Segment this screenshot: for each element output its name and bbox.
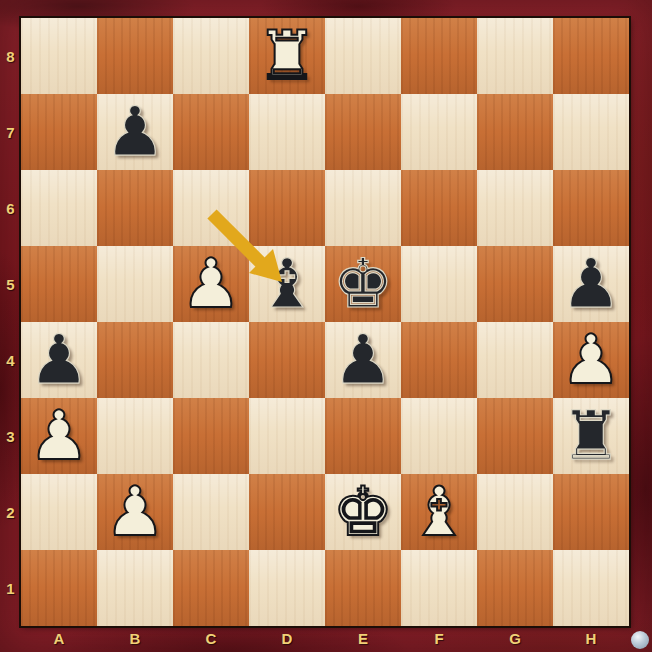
square-h8[interactable] [553,18,629,94]
file-label-e: E [325,626,401,652]
file-label-f: F [401,626,477,652]
square-d6[interactable] [249,170,325,246]
square-g4[interactable] [477,322,553,398]
rank-label-7: 7 [0,94,21,170]
piece-white-rook-d8[interactable]: ♜ [249,18,325,94]
rank-label-3: 3 [0,398,21,474]
square-d3[interactable] [249,398,325,474]
piece-black-pawn-e4[interactable]: ♟ [325,322,401,398]
square-b1[interactable] [97,550,173,626]
square-g5[interactable] [477,246,553,322]
square-a6[interactable] [21,170,97,246]
piece-black-pawn-b7[interactable]: ♟ [97,94,173,170]
square-c3[interactable] [173,398,249,474]
square-e8[interactable] [325,18,401,94]
board-frame: ♜♟♟♝♚♟♟♟♟♟♜♟♚♝ ABCDEFGH 87654321 [0,0,652,652]
square-c7[interactable] [173,94,249,170]
square-e6[interactable] [325,170,401,246]
square-d4[interactable] [249,322,325,398]
piece-black-bishop-d5[interactable]: ♝ [249,246,325,322]
square-e7[interactable] [325,94,401,170]
square-b3[interactable] [97,398,173,474]
square-a1[interactable] [21,550,97,626]
square-a2[interactable] [21,474,97,550]
square-b8[interactable] [97,18,173,94]
file-label-b: B [97,626,173,652]
square-f1[interactable] [401,550,477,626]
file-label-h: H [553,626,629,652]
square-f6[interactable] [401,170,477,246]
square-d1[interactable] [249,550,325,626]
square-b4[interactable] [97,322,173,398]
square-c8[interactable] [173,18,249,94]
square-a7[interactable] [21,94,97,170]
square-g8[interactable] [477,18,553,94]
square-a5[interactable] [21,246,97,322]
square-g3[interactable] [477,398,553,474]
file-label-c: C [173,626,249,652]
square-c4[interactable] [173,322,249,398]
square-f8[interactable] [401,18,477,94]
piece-black-pawn-h5[interactable]: ♟ [553,246,629,322]
square-f5[interactable] [401,246,477,322]
rank-label-5: 5 [0,246,21,322]
square-d7[interactable] [249,94,325,170]
file-label-g: G [477,626,553,652]
square-c2[interactable] [173,474,249,550]
square-h7[interactable] [553,94,629,170]
file-label-a: A [21,626,97,652]
piece-white-king-e2[interactable]: ♚ [325,474,401,550]
square-e3[interactable] [325,398,401,474]
square-e1[interactable] [325,550,401,626]
file-label-d: D [249,626,325,652]
rank-label-8: 8 [0,18,21,94]
square-h2[interactable] [553,474,629,550]
piece-black-rook-h3[interactable]: ♜ [553,398,629,474]
piece-white-pawn-h4[interactable]: ♟ [553,322,629,398]
rank-label-4: 4 [0,322,21,398]
rank-label-2: 2 [0,474,21,550]
square-h1[interactable] [553,550,629,626]
piece-black-pawn-a4[interactable]: ♟ [21,322,97,398]
piece-white-bishop-f2[interactable]: ♝ [401,474,477,550]
square-f4[interactable] [401,322,477,398]
rank-label-6: 6 [0,170,21,246]
square-b6[interactable] [97,170,173,246]
piece-white-pawn-c5[interactable]: ♟ [173,246,249,322]
square-d2[interactable] [249,474,325,550]
piece-white-pawn-b2[interactable]: ♟ [97,474,173,550]
square-c1[interactable] [173,550,249,626]
square-g6[interactable] [477,170,553,246]
corner-dot [631,631,649,649]
square-a8[interactable] [21,18,97,94]
square-g2[interactable] [477,474,553,550]
piece-black-king-e5[interactable]: ♚ [325,246,401,322]
square-f3[interactable] [401,398,477,474]
square-g1[interactable] [477,550,553,626]
rank-label-1: 1 [0,550,21,626]
square-b5[interactable] [97,246,173,322]
square-f7[interactable] [401,94,477,170]
square-h6[interactable] [553,170,629,246]
square-c6[interactable] [173,170,249,246]
square-g7[interactable] [477,94,553,170]
piece-white-pawn-a3[interactable]: ♟ [21,398,97,474]
